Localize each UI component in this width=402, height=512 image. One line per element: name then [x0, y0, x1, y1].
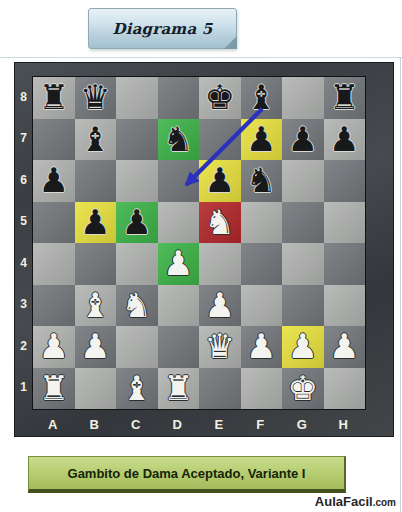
square-h8[interactable]: ♜ [324, 77, 366, 119]
black-knight-piece: ♞ [246, 160, 276, 201]
square-f6[interactable]: ♞ [241, 160, 283, 202]
black-rook-piece: ♜ [39, 77, 69, 118]
square-f3[interactable] [241, 285, 283, 327]
square-d5[interactable] [158, 202, 200, 244]
white-bishop-piece: ♝ [122, 368, 152, 409]
white-pawn-piece: ♟ [246, 326, 276, 367]
white-rook-piece: ♜ [163, 368, 193, 409]
rank-label-5: 5 [15, 201, 32, 243]
black-bishop-piece: ♝ [80, 119, 110, 160]
square-h1[interactable] [324, 368, 366, 410]
square-b2[interactable]: ♟ [75, 326, 117, 368]
white-knight-piece: ♞ [205, 202, 235, 243]
square-e8[interactable]: ♚ [199, 77, 241, 119]
board-squares: ♜♛♚♝♜♝♞♟♟♟♟♟♞♟♟♞♟♝♞♟♟♟♛♟♟♟♜♝♜♚ [32, 76, 366, 410]
square-b7[interactable]: ♝ [75, 119, 117, 161]
black-pawn-piece: ♟ [122, 202, 152, 243]
white-bishop-piece: ♝ [80, 285, 110, 326]
rank-label-6: 6 [15, 159, 32, 201]
black-bishop-piece: ♝ [246, 77, 276, 118]
square-d3[interactable] [158, 285, 200, 327]
diagram-title: Diagrama 5 [113, 20, 213, 38]
square-f1[interactable] [241, 368, 283, 410]
square-c2[interactable] [116, 326, 158, 368]
square-b6[interactable] [75, 160, 117, 202]
square-g6[interactable] [282, 160, 324, 202]
file-labels: ABCDEFGH [32, 410, 366, 438]
square-c6[interactable] [116, 160, 158, 202]
square-c7[interactable] [116, 119, 158, 161]
square-f4[interactable] [241, 243, 283, 285]
square-c3[interactable]: ♞ [116, 285, 158, 327]
square-a6[interactable]: ♟ [33, 160, 75, 202]
banner-fold-corner [224, 36, 237, 49]
white-king-piece: ♚ [288, 368, 318, 409]
rank-label-7: 7 [15, 118, 32, 160]
rank-label-8: 8 [15, 76, 32, 118]
square-g2[interactable]: ♟ [282, 326, 324, 368]
black-queen-piece: ♛ [80, 77, 110, 118]
black-pawn-piece: ♟ [39, 160, 69, 201]
square-f5[interactable] [241, 202, 283, 244]
square-h6[interactable] [324, 160, 366, 202]
square-e2[interactable]: ♛ [199, 326, 241, 368]
square-h4[interactable] [324, 243, 366, 285]
square-c5[interactable]: ♟ [116, 202, 158, 244]
square-a7[interactable] [33, 119, 75, 161]
page: Diagrama 5 87654321 ♜♛♚♝♜♝♞♟♟♟♟♟♞♟♟♞♟♝♞♟… [0, 0, 402, 512]
square-b3[interactable]: ♝ [75, 285, 117, 327]
rank-label-1: 1 [15, 367, 32, 409]
rank-label-3: 3 [15, 284, 32, 326]
file-label-c: C [115, 410, 157, 438]
square-b8[interactable]: ♛ [75, 77, 117, 119]
white-pawn-piece: ♟ [80, 326, 110, 367]
square-g1[interactable]: ♚ [282, 368, 324, 410]
square-d8[interactable] [158, 77, 200, 119]
file-label-a: A [32, 410, 74, 438]
square-b4[interactable] [75, 243, 117, 285]
square-d1[interactable]: ♜ [158, 368, 200, 410]
square-h2[interactable]: ♟ [324, 326, 366, 368]
caption-text: Gambito de Dama Aceptado, Variante I [68, 466, 306, 481]
square-a1[interactable]: ♜ [33, 368, 75, 410]
square-g4[interactable] [282, 243, 324, 285]
file-label-e: E [198, 410, 240, 438]
rank-label-4: 4 [15, 242, 32, 284]
square-a2[interactable]: ♟ [33, 326, 75, 368]
file-label-f: F [240, 410, 282, 438]
square-a3[interactable] [33, 285, 75, 327]
caption-bar: Gambito de Dama Aceptado, Variante I [28, 456, 346, 493]
file-label-h: H [323, 410, 365, 438]
page-border-line [400, 57, 401, 512]
square-e3[interactable]: ♟ [199, 285, 241, 327]
white-pawn-piece: ♟ [288, 326, 318, 367]
white-pawn-piece: ♟ [163, 243, 193, 284]
square-a8[interactable]: ♜ [33, 77, 75, 119]
file-label-b: B [74, 410, 116, 438]
black-pawn-piece: ♟ [288, 119, 318, 160]
square-g8[interactable] [282, 77, 324, 119]
rank-labels: 87654321 [15, 76, 32, 410]
watermark-tld: .com [373, 497, 396, 508]
square-f7[interactable]: ♟ [241, 119, 283, 161]
square-e7[interactable] [199, 119, 241, 161]
square-g5[interactable] [282, 202, 324, 244]
square-b5[interactable]: ♟ [75, 202, 117, 244]
square-c1[interactable]: ♝ [116, 368, 158, 410]
white-rook-piece: ♜ [39, 368, 69, 409]
site-watermark[interactable]: AulaFacil .com [315, 494, 396, 509]
square-e6[interactable]: ♟ [199, 160, 241, 202]
rank-label-2: 2 [15, 325, 32, 367]
watermark-name: AulaFacil [315, 494, 373, 509]
white-knight-piece: ♞ [122, 285, 152, 326]
white-queen-piece: ♛ [205, 326, 235, 367]
white-pawn-piece: ♟ [39, 326, 69, 367]
white-pawn-piece: ♟ [205, 285, 235, 326]
black-rook-piece: ♜ [329, 77, 359, 118]
square-d6[interactable] [158, 160, 200, 202]
square-e5[interactable]: ♞ [199, 202, 241, 244]
square-f8[interactable]: ♝ [241, 77, 283, 119]
file-label-g: G [281, 410, 323, 438]
square-f2[interactable]: ♟ [241, 326, 283, 368]
square-a5[interactable] [33, 202, 75, 244]
white-pawn-piece: ♟ [329, 326, 359, 367]
square-c4[interactable] [116, 243, 158, 285]
square-c8[interactable] [116, 77, 158, 119]
chess-board: 87654321 ♜♛♚♝♜♝♞♟♟♟♟♟♞♟♟♞♟♝♞♟♟♟♛♟♟♟♜♝♜♚ … [14, 62, 394, 437]
square-e1[interactable] [199, 368, 241, 410]
square-d2[interactable] [158, 326, 200, 368]
square-h3[interactable] [324, 285, 366, 327]
square-h7[interactable]: ♟ [324, 119, 366, 161]
square-g7[interactable]: ♟ [282, 119, 324, 161]
black-king-piece: ♚ [205, 77, 235, 118]
black-pawn-piece: ♟ [205, 160, 235, 201]
square-b1[interactable] [75, 368, 117, 410]
square-h5[interactable] [324, 202, 366, 244]
square-d4[interactable]: ♟ [158, 243, 200, 285]
divider-line [0, 57, 402, 58]
diagram-banner: Diagrama 5 [88, 8, 237, 49]
square-e4[interactable] [199, 243, 241, 285]
black-pawn-piece: ♟ [329, 119, 359, 160]
square-d7[interactable]: ♞ [158, 119, 200, 161]
black-pawn-piece: ♟ [80, 202, 110, 243]
black-knight-piece: ♞ [163, 119, 193, 160]
square-g3[interactable] [282, 285, 324, 327]
square-a4[interactable] [33, 243, 75, 285]
file-label-d: D [157, 410, 199, 438]
black-pawn-piece: ♟ [246, 119, 276, 160]
